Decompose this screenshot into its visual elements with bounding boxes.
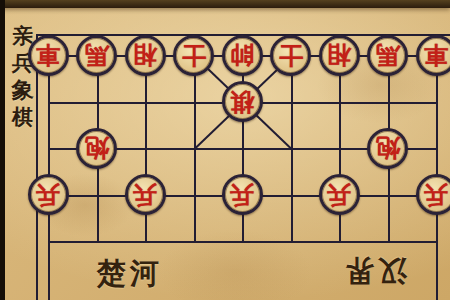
piece-horse[interactable]: 馬 <box>76 35 117 76</box>
piece-character: 帥 <box>230 43 254 67</box>
piece-horse[interactable]: 馬 <box>367 35 408 76</box>
piece-character: 棋 <box>230 90 254 114</box>
app-title-vertical: 亲 兵 象 棋 <box>7 22 37 130</box>
xiangqi-app-screen: 楚河 汉界 亲 兵 象 棋 車馬相士帥士相馬車棋炮炮兵兵兵兵兵 <box>0 0 450 300</box>
piece-advisor[interactable]: 士 <box>173 35 214 76</box>
piece-soldier[interactable]: 兵 <box>222 174 263 215</box>
piece-character: 相 <box>327 43 351 67</box>
piece-character: 兵 <box>327 183 351 207</box>
piece-soldier[interactable]: 兵 <box>125 174 166 215</box>
piece-character: 相 <box>133 43 157 67</box>
piece-character: 兵 <box>230 183 254 207</box>
river-edge-line-right <box>436 241 438 300</box>
piece-character: 兵 <box>36 183 60 207</box>
piece-cannon[interactable]: 炮 <box>367 128 408 169</box>
top-frame-strip <box>0 0 450 8</box>
piece-character: 車 <box>36 43 60 67</box>
piece-advisor[interactable]: 士 <box>270 35 311 76</box>
piece-character: 炮 <box>376 136 400 160</box>
board-cell[interactable] <box>147 104 196 151</box>
piece-palace-center[interactable]: 棋 <box>222 81 263 122</box>
app-title-char: 象 <box>10 75 33 104</box>
piece-elephant[interactable]: 相 <box>125 35 166 76</box>
left-frame-strip <box>0 0 5 300</box>
piece-character: 士 <box>279 43 303 67</box>
piece-character: 炮 <box>85 136 109 160</box>
piece-character: 士 <box>182 43 206 67</box>
piece-character: 兵 <box>424 183 448 207</box>
piece-soldier[interactable]: 兵 <box>28 174 69 215</box>
piece-general[interactable]: 帥 <box>222 35 263 76</box>
piece-character: 兵 <box>133 183 157 207</box>
piece-character: 車 <box>424 43 448 67</box>
piece-cannon[interactable]: 炮 <box>76 128 117 169</box>
board-cell[interactable] <box>293 104 342 151</box>
river-label-chu-he: 楚河 <box>97 259 163 288</box>
piece-character: 馬 <box>376 43 400 67</box>
piece-soldier[interactable]: 兵 <box>319 174 360 215</box>
piece-chariot[interactable]: 車 <box>416 35 450 76</box>
river-edge-line-left <box>48 241 50 300</box>
river-label-han-jie: 汉界 <box>341 256 407 285</box>
piece-elephant[interactable]: 相 <box>319 35 360 76</box>
piece-chariot[interactable]: 車 <box>28 35 69 76</box>
app-title-char: 棋 <box>11 103 33 131</box>
piece-character: 馬 <box>85 43 109 67</box>
